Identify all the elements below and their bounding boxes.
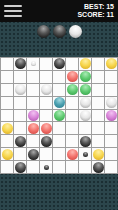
ball-black[interactable]: [41, 136, 52, 147]
board-cell[interactable]: [66, 110, 78, 122]
board-cell[interactable]: [1, 58, 13, 70]
board-cell[interactable]: [66, 97, 78, 109]
ball-green[interactable]: [67, 84, 78, 95]
board-cell[interactable]: [14, 97, 26, 109]
board-cell[interactable]: [1, 122, 13, 134]
ball-green[interactable]: [80, 71, 91, 82]
ball-red[interactable]: [28, 123, 39, 134]
board-cell[interactable]: [92, 58, 104, 70]
ball-black[interactable]: [80, 136, 91, 147]
board-cell[interactable]: [27, 135, 39, 147]
board-cell[interactable]: [79, 161, 91, 173]
board-cell[interactable]: [66, 122, 78, 134]
board-cell[interactable]: [105, 84, 117, 96]
board-cell[interactable]: [105, 122, 117, 134]
board-cell[interactable]: [27, 58, 39, 70]
ball-black[interactable]: [15, 58, 26, 69]
board-cell[interactable]: [79, 58, 91, 70]
board-cell[interactable]: [79, 97, 91, 109]
ball-white[interactable]: [106, 97, 117, 108]
ball-red[interactable]: [67, 71, 78, 82]
next-ball-black: [37, 25, 50, 38]
board-cell[interactable]: [79, 135, 91, 147]
current-score-label: SCORE: 11: [77, 11, 114, 19]
board-cell[interactable]: [79, 122, 91, 134]
ball-white[interactable]: [80, 97, 91, 108]
best-score-label: BEST: 15: [84, 3, 114, 11]
board-cell[interactable]: [14, 58, 26, 70]
next-spawn-dot-white: [31, 61, 36, 66]
ball-white[interactable]: [41, 84, 52, 95]
header-bar: BEST: 15 SCORE: 11: [0, 0, 118, 22]
ball-black[interactable]: [28, 149, 39, 160]
board: [0, 57, 118, 174]
board-cell[interactable]: [1, 110, 13, 122]
board-cell[interactable]: [14, 148, 26, 160]
board-cell[interactable]: [40, 135, 52, 147]
board-cell[interactable]: [27, 84, 39, 96]
ball-black[interactable]: [15, 162, 26, 173]
board-cell[interactable]: [92, 84, 104, 96]
ball-black[interactable]: [54, 58, 65, 69]
ball-yellow[interactable]: [93, 149, 104, 160]
board-cell[interactable]: [1, 84, 13, 96]
board-cell[interactable]: [105, 110, 117, 122]
board-cell[interactable]: [105, 161, 117, 173]
board-cell[interactable]: [53, 148, 65, 160]
ball-white[interactable]: [15, 84, 26, 95]
board-cell[interactable]: [14, 71, 26, 83]
ball-yellow[interactable]: [2, 123, 13, 134]
next-ball-black: [53, 25, 66, 38]
board-cell[interactable]: [27, 122, 39, 134]
ball-yellow[interactable]: [80, 58, 91, 69]
board-cell[interactable]: [53, 84, 65, 96]
board-cell[interactable]: [79, 84, 91, 96]
ball-green[interactable]: [80, 84, 91, 95]
ball-yellow[interactable]: [106, 58, 117, 69]
board-cell[interactable]: [27, 71, 39, 83]
next-ball-white: [69, 25, 82, 38]
board-cell[interactable]: [92, 135, 104, 147]
footer-background: [0, 174, 118, 210]
board-cell[interactable]: [66, 135, 78, 147]
board-cell[interactable]: [66, 84, 78, 96]
board-cell[interactable]: [1, 135, 13, 147]
board-cell[interactable]: [53, 110, 65, 122]
board-cell[interactable]: [40, 97, 52, 109]
ball-magenta[interactable]: [28, 110, 39, 121]
board-cell[interactable]: [92, 71, 104, 83]
board-cell[interactable]: [40, 71, 52, 83]
board-cell[interactable]: [105, 71, 117, 83]
board-cell[interactable]: [105, 97, 117, 109]
board-cell[interactable]: [105, 148, 117, 160]
ball-magenta[interactable]: [106, 110, 117, 121]
board-cell[interactable]: [92, 122, 104, 134]
score-panel: BEST: 15 SCORE: 11: [77, 3, 114, 19]
board-cell[interactable]: [92, 110, 104, 122]
board-cell[interactable]: [105, 58, 117, 70]
board-cell[interactable]: [14, 122, 26, 134]
next-spawn-dot-black: [83, 152, 88, 157]
board-cell[interactable]: [92, 97, 104, 109]
board-cell[interactable]: [79, 148, 91, 160]
board-cell[interactable]: [53, 97, 65, 109]
board-cell[interactable]: [27, 161, 39, 173]
board-cell[interactable]: [53, 71, 65, 83]
board-cell[interactable]: [14, 110, 26, 122]
board-cell[interactable]: [66, 161, 78, 173]
board-cell[interactable]: [53, 161, 65, 173]
next-balls-preview: [0, 22, 118, 57]
board-cell[interactable]: [79, 71, 91, 83]
ball-cyan[interactable]: [54, 97, 65, 108]
ball-black[interactable]: [93, 162, 104, 173]
board-cell[interactable]: [1, 161, 13, 173]
board-cell[interactable]: [53, 135, 65, 147]
board-cell[interactable]: [14, 84, 26, 96]
board-cell[interactable]: [40, 148, 52, 160]
board-cell[interactable]: [79, 110, 91, 122]
board-cell[interactable]: [40, 58, 52, 70]
board-cell[interactable]: [53, 58, 65, 70]
board-cell[interactable]: [14, 161, 26, 173]
ball-black[interactable]: [15, 136, 26, 147]
board-cell[interactable]: [92, 148, 104, 160]
board-cell[interactable]: [40, 84, 52, 96]
hamburger-menu-icon[interactable]: [4, 5, 22, 17]
board-cell[interactable]: [92, 161, 104, 173]
board-cell[interactable]: [27, 148, 39, 160]
board-cell[interactable]: [14, 135, 26, 147]
ball-red[interactable]: [41, 123, 52, 134]
board-cell[interactable]: [40, 122, 52, 134]
board-cell[interactable]: [1, 97, 13, 109]
board-cell[interactable]: [105, 135, 117, 147]
board-cell[interactable]: [40, 110, 52, 122]
game-screen: BEST: 15 SCORE: 11: [0, 0, 118, 210]
board-cell[interactable]: [66, 71, 78, 83]
board-cell[interactable]: [27, 97, 39, 109]
next-spawn-dot-black: [44, 165, 49, 170]
board-cell[interactable]: [1, 71, 13, 83]
board-cell[interactable]: [66, 148, 78, 160]
ball-yellow[interactable]: [2, 149, 13, 160]
board-cell[interactable]: [27, 110, 39, 122]
board-cell[interactable]: [53, 122, 65, 134]
board-cell[interactable]: [1, 148, 13, 160]
board-cell[interactable]: [40, 161, 52, 173]
ball-white[interactable]: [80, 110, 91, 121]
ball-red[interactable]: [67, 149, 78, 160]
ball-green[interactable]: [54, 110, 65, 121]
board-cell[interactable]: [66, 58, 78, 70]
